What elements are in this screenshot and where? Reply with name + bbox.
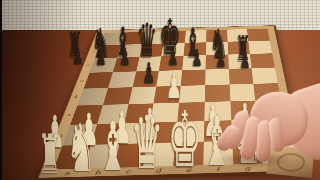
piece-white-queen-d1[interactable]: ♛	[131, 107, 164, 180]
piece-black-pawn-g7[interactable]: ♟	[216, 46, 227, 70]
piece-black-pawn-e7[interactable]: ♟	[168, 44, 179, 68]
piece-white-king-e1[interactable]: ♚	[168, 102, 202, 179]
chess-photo-frame: abcdefgh 12345678 ♜♞♝♛♚♝♞♜♟♟♟♟♟♟♟♟♟♟♟♟♟♟…	[0, 0, 320, 180]
video-edge-bar	[0, 0, 2, 180]
piece-black-pawn-f7[interactable]: ♟	[192, 45, 203, 69]
piece-white-knight-b1[interactable]: ♞	[66, 114, 96, 180]
piece-black-pawn-b7[interactable]: ♟	[96, 44, 107, 68]
piece-black-pawn-d5[interactable]: ♟	[143, 59, 156, 88]
piece-black-pawn-h7[interactable]: ♟	[240, 47, 251, 71]
hand-shadow	[215, 152, 293, 168]
piece-white-bishop-c1[interactable]: ♝	[98, 112, 128, 180]
piece-black-pawn-a7[interactable]: ♟	[73, 43, 84, 67]
piece-black-pawn-c7[interactable]: ♟	[120, 44, 131, 68]
piece-white-rook-a1[interactable]: ♜	[38, 127, 62, 180]
